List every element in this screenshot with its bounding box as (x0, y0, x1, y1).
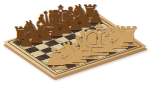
chess-board (2, 11, 147, 77)
chess-set-photo: ♜♞♝♛♚♝♞♜♟♟♟♟♟♟♟♟♟♟♟♟♟♟♟♟♜♞♝♛♚♝♞♜ (0, 0, 150, 88)
